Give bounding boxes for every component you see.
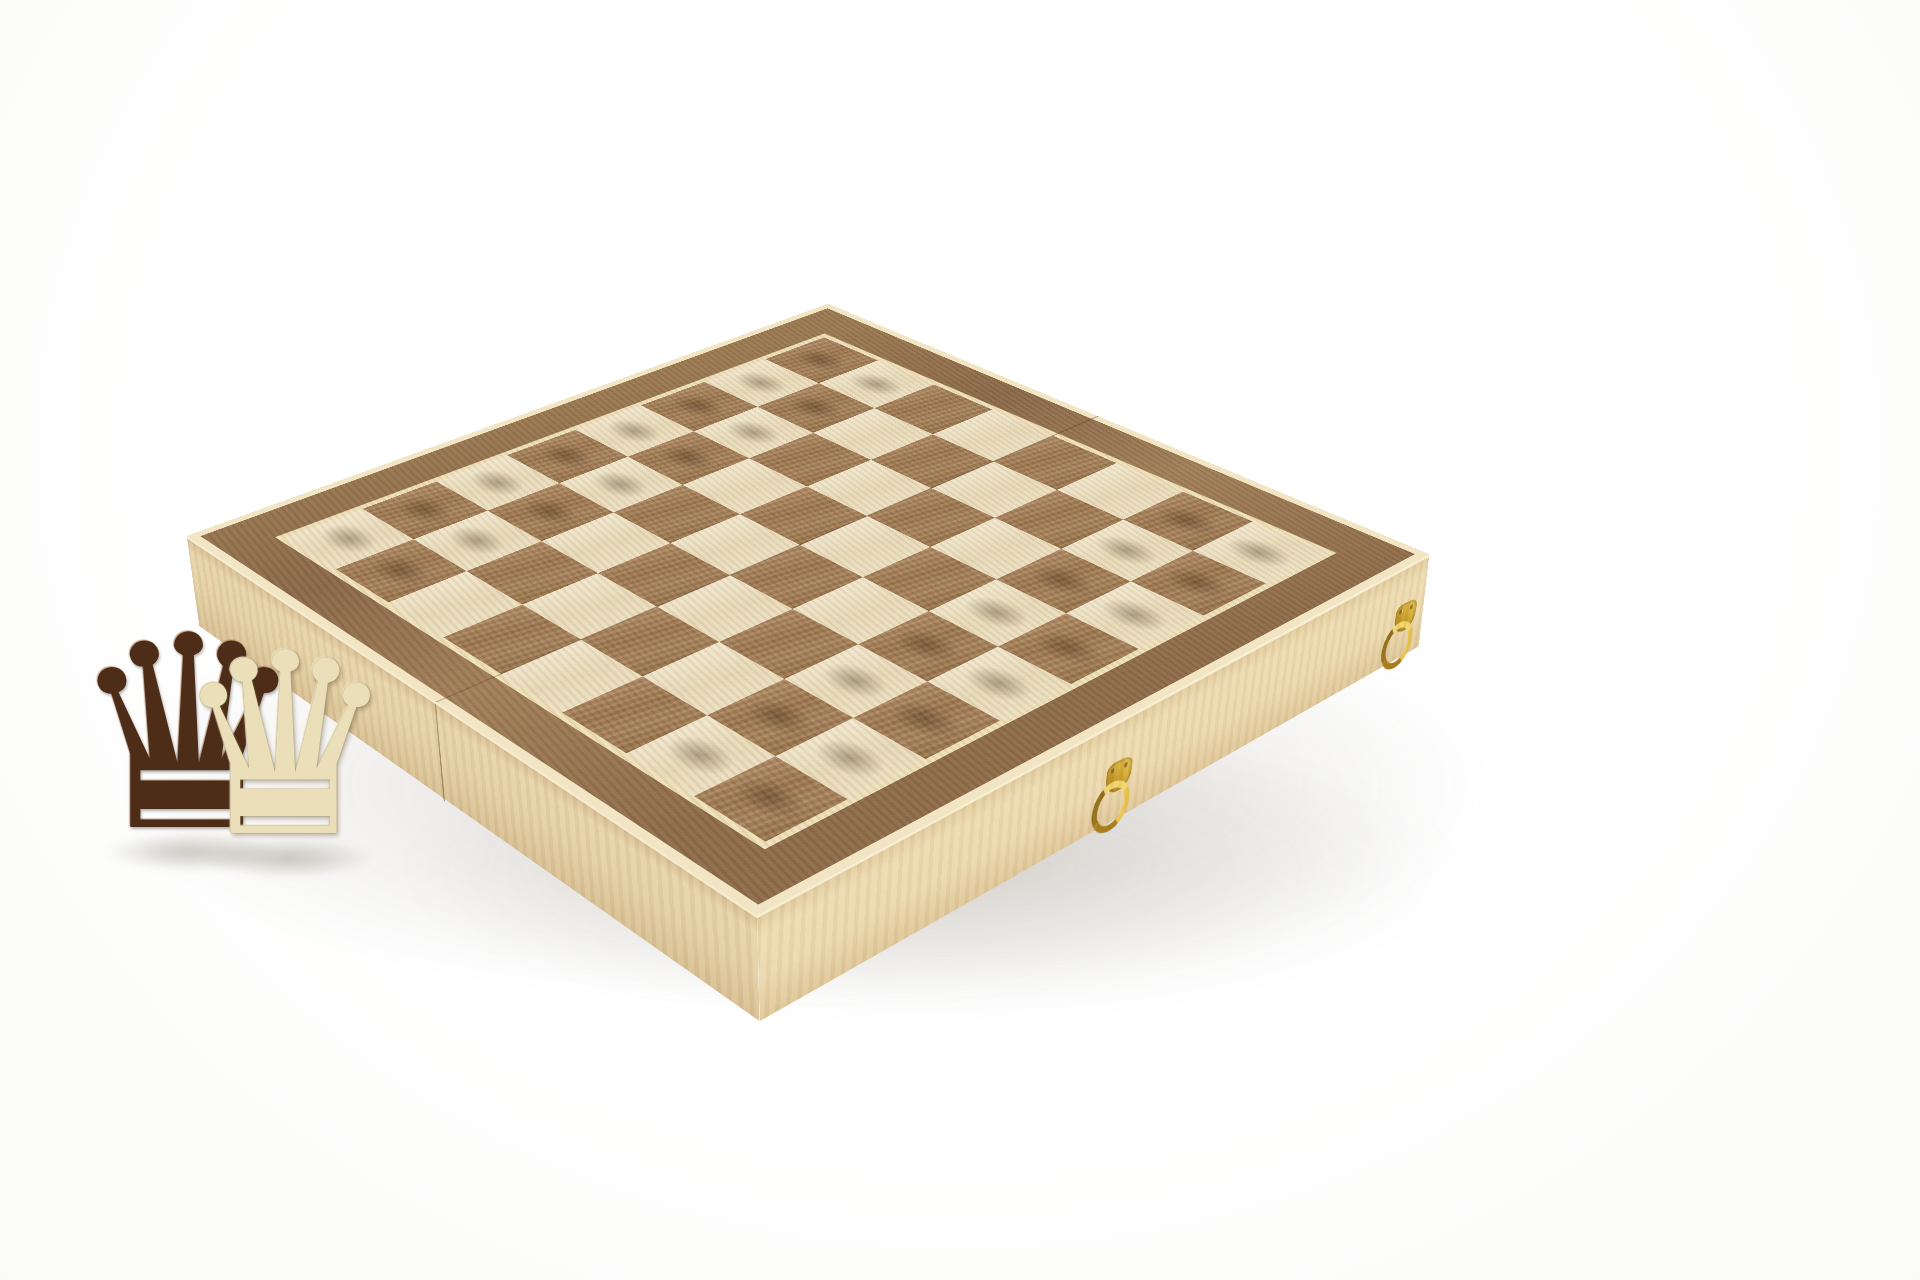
- clasp-screw: [1410, 603, 1414, 610]
- clasp-screw: [1399, 608, 1403, 615]
- clasp-plate: [1393, 597, 1418, 635]
- square-c5[interactable]: [598, 543, 730, 607]
- brass-clasp-right-corner[interactable]: [1384, 596, 1420, 671]
- clasp-screw: [1110, 767, 1115, 775]
- product-photo-background: ♜♞♝♚♛♝♞♜♟♟♟♟♟♟♟♟♟♟♟♟♟♟♟♟♜♞♝♛♚♝♞♜: [0, 0, 1920, 1280]
- spare-white-queen[interactable]: ♛: [172, 620, 398, 872]
- clasp-loop: [1086, 778, 1135, 837]
- brass-clasp-mid-front[interactable]: [1096, 753, 1136, 836]
- square-a6[interactable]: [388, 571, 522, 637]
- piece-glyph: ♟: [351, 468, 451, 579]
- square-a4[interactable]: [501, 640, 642, 713]
- clasp-loop: [1376, 620, 1418, 672]
- clasp-screw: [1124, 761, 1129, 769]
- square-b6[interactable]: [467, 541, 598, 604]
- clasp-plate: [1104, 754, 1133, 797]
- fold-seam-side: [435, 704, 445, 802]
- square-a5[interactable]: [443, 605, 580, 674]
- piece-glyph: ♜: [692, 637, 848, 811]
